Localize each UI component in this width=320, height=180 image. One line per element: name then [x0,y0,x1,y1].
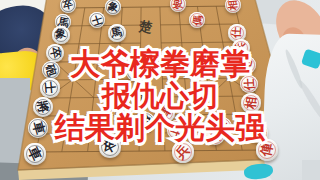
piece-black-象: 象 [52,26,69,43]
piece-red-相: 相 [225,0,241,13]
piece-red-炮: 炮 [170,0,186,12]
piece-red-傌: 傌 [189,12,206,29]
piece-black-卒: 卒 [60,0,76,13]
piece-black-象: 象 [105,0,121,15]
thumbnail-scene: 楚河漢界 炮卒相象士傌馬馬仕象兵卒炮砲卒仕士相將俥卒傌兵車兵兵帥卒俥兵車 大爷檫… [0,0,320,180]
overlay-line-3: 结果剃个光头强 [0,108,320,149]
piece-black-馬: 馬 [108,24,125,41]
piece-black-士: 士 [89,12,106,29]
